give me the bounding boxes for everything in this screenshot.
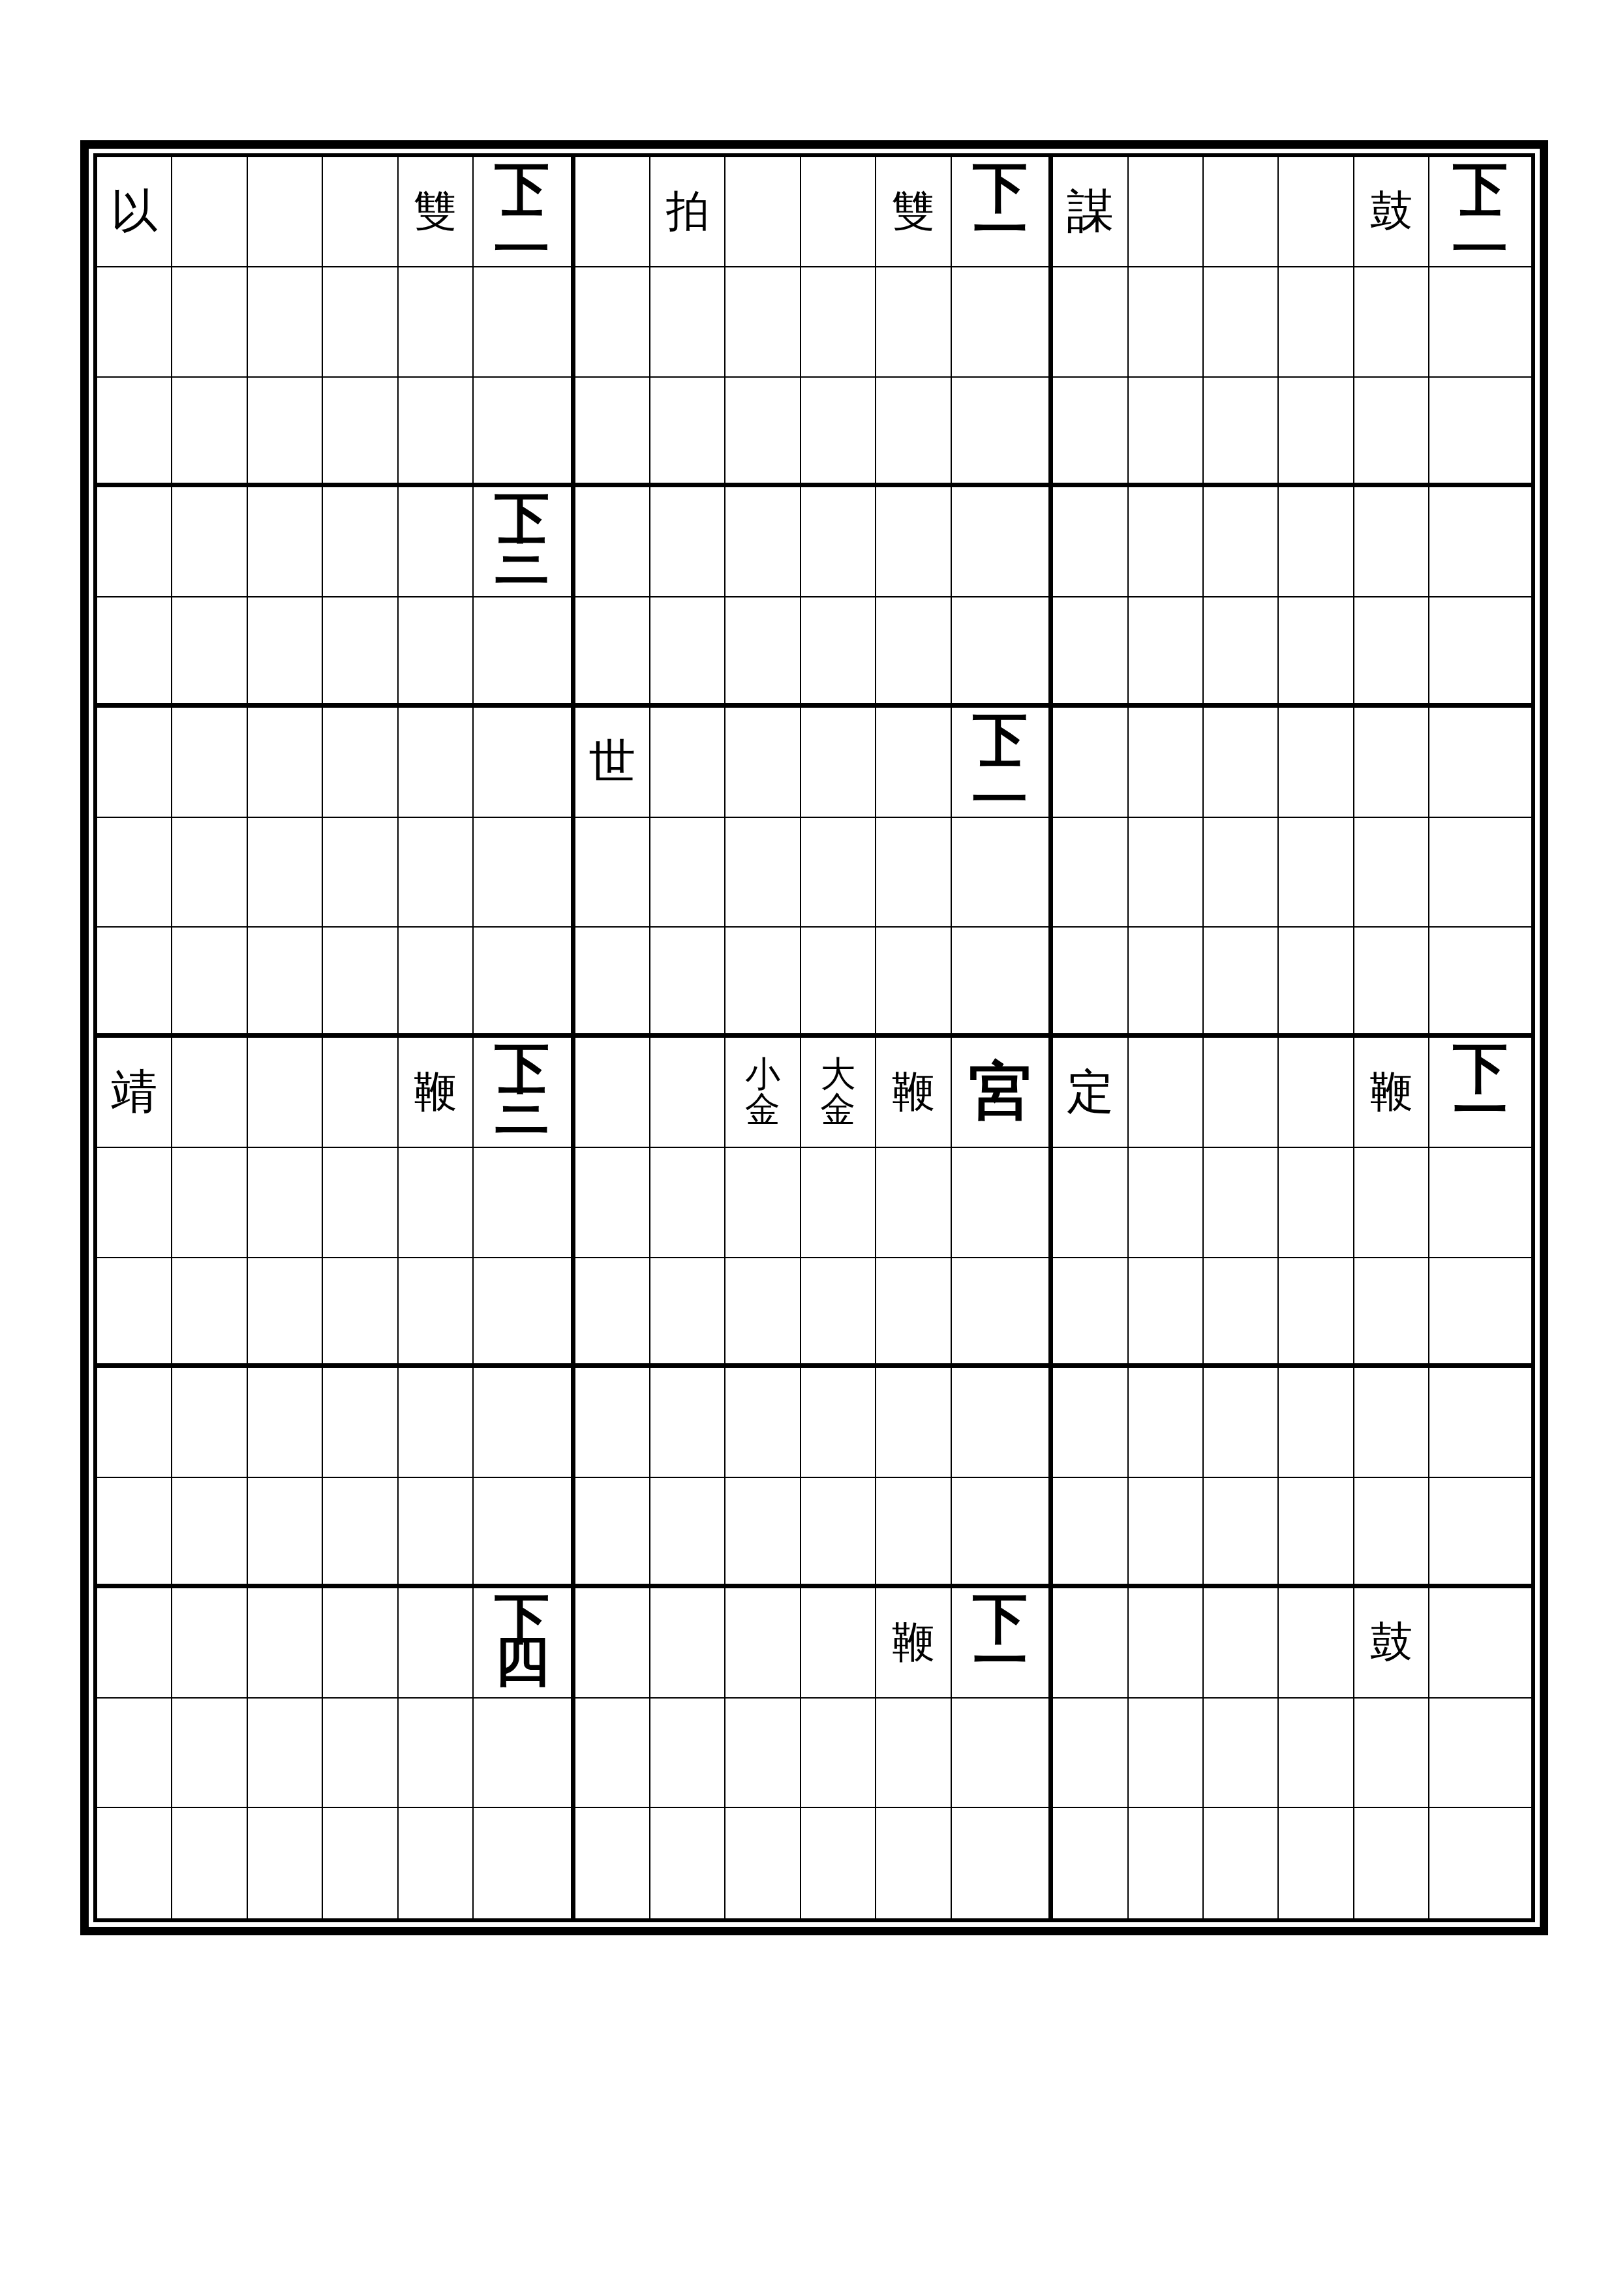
jeonggan-cell [876, 1368, 951, 1478]
jeonggan-cell [1429, 1588, 1531, 1699]
notation-glyph-char: 金 [820, 1092, 855, 1127]
jeonggan-cell [801, 1808, 876, 1918]
notation-glyph-char: 二 [973, 759, 1028, 802]
jeonggan-cell: 雙 [876, 157, 951, 267]
jeonggan-cell [575, 1258, 650, 1368]
jeonggan-cell [1204, 597, 1279, 708]
jeonggan-cell [248, 1148, 323, 1258]
jeonggan-cell [172, 1258, 247, 1368]
jeonggan-cell [1429, 487, 1531, 597]
jeonggan-cell [1279, 1148, 1354, 1258]
jeonggan-cell [97, 818, 172, 928]
jeonggan-cell [1429, 1368, 1531, 1478]
jeonggan-cell [1204, 1588, 1279, 1699]
jeonggan-cell [323, 1148, 398, 1258]
jeonggan-cell [399, 487, 474, 597]
jeonggan-cell [1129, 1148, 1204, 1258]
jeonggan-cell [725, 1588, 801, 1699]
jeonggan-cell [1129, 1808, 1204, 1918]
jeongganbo-board-grid: 以雙下二拍雙下一謀鼓下二下三世下二靖鞭下三小金大金鞭宮定鞭下一下四鞭下一鼓 [93, 153, 1535, 1922]
jeonggan-cell [1129, 708, 1204, 818]
jeonggan-cell: 鞭 [876, 1038, 951, 1148]
jeonggan-cell [474, 1258, 575, 1368]
jeonggan-cell [97, 1148, 172, 1258]
jeonggan-cell [97, 267, 172, 378]
jeonggan-cell [1129, 818, 1204, 928]
jeonggan-cell [725, 1258, 801, 1368]
jeonggan-cell [1204, 818, 1279, 928]
jeonggan-cell [876, 1699, 951, 1809]
jeonggan-cell [323, 1588, 398, 1699]
jeonggan-cell [801, 928, 876, 1038]
jeonggan-cell [474, 818, 575, 928]
jeonggan-cell: 鼓 [1354, 157, 1429, 267]
jeonggan-cell [399, 267, 474, 378]
jeonggan-cell [650, 1478, 725, 1588]
jeonggan-cell [952, 267, 1054, 378]
jeonggan-cell [1279, 1808, 1354, 1918]
jeonggan-cell [474, 928, 575, 1038]
jeonggan-cell [323, 1038, 398, 1148]
jeonggan-cell [725, 1368, 801, 1478]
jeonggan-cell [474, 1368, 575, 1478]
jeonggan-cell [172, 1808, 247, 1918]
jeonggan-cell [399, 1478, 474, 1588]
jeonggan-cell [474, 1148, 575, 1258]
jeonggan-cell [172, 1699, 247, 1809]
jeonggan-cell [1053, 597, 1128, 708]
jeonggan-cell [474, 267, 575, 378]
notation-percussion-glyph: 拍 [666, 190, 709, 233]
notation-glyph-char: 一 [973, 209, 1028, 252]
jeonggan-cell [801, 1478, 876, 1588]
jeonggan-cell [952, 1148, 1054, 1258]
jeonggan-cell [323, 1258, 398, 1368]
jeonggan-cell [725, 267, 801, 378]
jeonggan-cell [399, 1148, 474, 1258]
jeonggan-cell [650, 378, 725, 488]
jeonggan-cell [1354, 928, 1429, 1038]
jeonggan-cell [323, 1808, 398, 1918]
jeonggan-cell [97, 708, 172, 818]
jeonggan-cell [399, 1258, 474, 1368]
jeonggan-cell: 大金 [801, 1038, 876, 1148]
jeonggan-cell [876, 267, 951, 378]
jeonggan-cell [650, 597, 725, 708]
jeonggan-cell [1354, 597, 1429, 708]
jeonggan-cell: 宮 [952, 1038, 1054, 1148]
jeonggan-cell [1129, 157, 1204, 267]
jeonggan-cell [248, 378, 323, 488]
jeonggan-cell [97, 487, 172, 597]
jeonggan-cell [1429, 708, 1531, 818]
jeonggan-cell [1129, 597, 1204, 708]
jeonggan-cell [1053, 1478, 1128, 1588]
score-page: 以雙下二拍雙下一謀鼓下二下三世下二靖鞭下三小金大金鞭宮定鞭下一下四鞭下一鼓 [0, 0, 1618, 2296]
jeonggan-cell [1354, 378, 1429, 488]
jeonggan-cell [1354, 1368, 1429, 1478]
jeonggan-cell [1279, 157, 1354, 267]
jeonggan-cell [1053, 378, 1128, 488]
jeonggan-cell [399, 818, 474, 928]
jeonggan-cell [1429, 928, 1531, 1038]
jeonggan-cell [575, 1368, 650, 1478]
notation-glyph-char: 小 [745, 1057, 780, 1092]
jeonggan-cell [952, 1258, 1054, 1368]
jeonggan-cell [248, 487, 323, 597]
jeonggan-cell [1279, 487, 1354, 597]
jeonggan-cell [1129, 1258, 1204, 1368]
jeonggan-cell [323, 1368, 398, 1478]
jeonggan-cell: 定 [1053, 1038, 1128, 1148]
jeonggan-cell: 下二 [1429, 157, 1531, 267]
jeonggan-cell [1053, 928, 1128, 1038]
jeonggan-cell [650, 1148, 725, 1258]
jeonggan-cell [172, 1478, 247, 1588]
notation-glyph-char: 一 [973, 1640, 1028, 1683]
notation-glyph-char: 二 [1453, 209, 1508, 252]
jeonggan-cell [801, 708, 876, 818]
jeonggan-cell [650, 708, 725, 818]
jeonggan-cell [1279, 1258, 1354, 1368]
notation-percussion-glyph: 鼓 [1370, 1621, 1413, 1664]
jeonggan-cell [474, 1478, 575, 1588]
jeonggan-cell [1129, 487, 1204, 597]
jeonggan-cell [575, 1478, 650, 1588]
jeonggan-cell [801, 157, 876, 267]
jeonggan-cell [172, 1368, 247, 1478]
jeonggan-cell [1129, 378, 1204, 488]
jeonggan-cell [1279, 1478, 1354, 1588]
jeonggan-cell [1279, 597, 1354, 708]
jeonggan-cell [952, 487, 1054, 597]
jeonggan-cell [172, 928, 247, 1038]
jeonggan-cell [1204, 157, 1279, 267]
notation-pitch-glyph: 下二 [495, 166, 549, 252]
jeonggan-cell [650, 267, 725, 378]
notation-glyph-char: 四 [495, 1640, 549, 1683]
jeonggan-cell [1279, 267, 1354, 378]
jeonggan-cell: 靖 [97, 1038, 172, 1148]
jeonggan-cell [1279, 1588, 1354, 1699]
jeonggan-cell [248, 1038, 323, 1148]
jeonggan-cell [248, 928, 323, 1038]
notation-lyric-glyph: 以 [111, 188, 158, 235]
jeonggan-cell [1204, 1368, 1279, 1478]
jeonggan-cell [876, 1148, 951, 1258]
jeonggan-cell [323, 267, 398, 378]
jeonggan-cell [248, 818, 323, 928]
jeonggan-cell [1129, 1699, 1204, 1809]
jeonggan-cell [323, 1478, 398, 1588]
jeonggan-cell: 鼓 [1354, 1588, 1429, 1699]
jeonggan-cell [474, 1808, 575, 1918]
jeonggan-cell [399, 708, 474, 818]
jeonggan-cell [97, 597, 172, 708]
jeonggan-cell [952, 1478, 1054, 1588]
jeonggan-cell [1429, 1699, 1531, 1809]
jeonggan-cell [474, 708, 575, 818]
jeonggan-cell [248, 597, 323, 708]
jeonggan-cell [876, 1258, 951, 1368]
jeonggan-cell: 以 [97, 157, 172, 267]
jeonggan-cell: 謀 [1053, 157, 1128, 267]
jeonggan-cell [1429, 378, 1531, 488]
notation-pitch-glyph: 下三 [495, 496, 549, 582]
jeonggan-cell [172, 378, 247, 488]
jeonggan-cell [1129, 267, 1204, 378]
jeonggan-cell [1204, 1808, 1279, 1918]
jeonggan-cell [1279, 1699, 1354, 1809]
jeonggan-cell [1279, 928, 1354, 1038]
jeonggan-cell [248, 267, 323, 378]
notation-percussion-glyph: 鞭 [892, 1621, 935, 1664]
jeonggan-cell [248, 157, 323, 267]
jeonggan-cell [1429, 1258, 1531, 1368]
jeonggan-cell [575, 157, 650, 267]
jeonggan-cell [952, 928, 1054, 1038]
jeonggan-cell [1354, 267, 1429, 378]
jeonggan-cell [650, 487, 725, 597]
jeonggan-cell: 世 [575, 708, 650, 818]
jeonggan-cell [801, 1368, 876, 1478]
notation-pitch-glyph: 下一 [1453, 1047, 1508, 1132]
jeonggan-cell [650, 1258, 725, 1368]
jeonggan-cell [1354, 818, 1429, 928]
jeonggan-cell [1354, 1258, 1429, 1368]
jeonggan-cell [725, 157, 801, 267]
jeonggan-cell [323, 378, 398, 488]
jeonggan-cell [97, 1478, 172, 1588]
jeonggan-cell [1053, 1699, 1128, 1809]
jeonggan-cell [952, 1808, 1054, 1918]
jeonggan-cell [323, 708, 398, 818]
jeonggan-cell [474, 597, 575, 708]
jeonggan-cell [1354, 487, 1429, 597]
notation-glyph-char: 大 [820, 1057, 855, 1092]
jeonggan-cell [725, 708, 801, 818]
jeonggan-cell [1204, 378, 1279, 488]
jeonggan-cell: 雙 [399, 157, 474, 267]
jeonggan-cell [97, 1808, 172, 1918]
jeonggan-cell [801, 818, 876, 928]
jeonggan-cell [650, 818, 725, 928]
jeonggan-cell [323, 928, 398, 1038]
jeonggan-cell [575, 378, 650, 488]
jeonggan-cell [1053, 818, 1128, 928]
jeonggan-cell [1204, 708, 1279, 818]
jeonggan-cell [399, 1588, 474, 1699]
notation-glyph-char: 一 [1453, 1089, 1508, 1132]
jeonggan-cell [725, 928, 801, 1038]
jeonggan-cell: 小金 [725, 1038, 801, 1148]
notation-percussion-glyph: 雙 [414, 190, 457, 233]
jeonggan-cell [1204, 267, 1279, 378]
jeonggan-cell [97, 1588, 172, 1699]
jeonggan-cell [575, 1808, 650, 1918]
jeonggan-cell [801, 1699, 876, 1809]
jeonggan-cell [1129, 928, 1204, 1038]
jeonggan-cell [1204, 928, 1279, 1038]
jeonggan-cell [575, 1148, 650, 1258]
jeonggan-cell [1129, 1588, 1204, 1699]
jeonggan-cell [323, 157, 398, 267]
jeonggan-cell [323, 1699, 398, 1809]
jeonggan-cell [575, 1038, 650, 1148]
notation-glyph-char: 金 [745, 1092, 780, 1127]
jeonggan-cell [323, 818, 398, 928]
jeonggan-cell [952, 378, 1054, 488]
notation-pitch-glyph: 下一 [973, 1597, 1028, 1683]
jeonggan-cell [1429, 818, 1531, 928]
jeonggan-cell [952, 818, 1054, 928]
jeonggan-cell [725, 1148, 801, 1258]
jeonggan-cell [801, 597, 876, 708]
jeonggan-cell [1204, 487, 1279, 597]
jeonggan-cell [876, 928, 951, 1038]
jeonggan-cell [1204, 1699, 1279, 1809]
notation-pitch-glyph: 宮 [969, 1061, 1031, 1123]
jeonggan-cell [1429, 1808, 1531, 1918]
jeonggan-cell [248, 1368, 323, 1478]
jeonggan-cell [399, 378, 474, 488]
jeonggan-cell [575, 818, 650, 928]
jeonggan-cell [172, 487, 247, 597]
jeonggan-cell [725, 818, 801, 928]
jeonggan-cell [323, 597, 398, 708]
jeonggan-cell [172, 1038, 247, 1148]
jeonggan-cell [725, 1808, 801, 1918]
jeonggan-cell [1053, 1258, 1128, 1368]
jeonggan-cell [1354, 1699, 1429, 1809]
jeonggan-cell [650, 1368, 725, 1478]
jeonggan-cell [97, 1258, 172, 1368]
jeonggan-cell [1429, 1478, 1531, 1588]
jeonggan-cell [650, 1699, 725, 1809]
jeonggan-cell [575, 597, 650, 708]
jeonggan-cell [1429, 597, 1531, 708]
jeonggan-cell [650, 1038, 725, 1148]
jeonggan-cell [725, 378, 801, 488]
notation-lyric-glyph: 謀 [1067, 188, 1114, 235]
jeonggan-cell [1204, 1148, 1279, 1258]
jeonggan-cell [575, 1588, 650, 1699]
jeonggan-cell [474, 378, 575, 488]
jeonggan-cell [399, 1699, 474, 1809]
jeonggan-cell [1204, 1478, 1279, 1588]
jeonggan-cell: 下二 [474, 157, 575, 267]
jeonggan-cell [725, 1699, 801, 1809]
jeonggan-cell [248, 1808, 323, 1918]
jeonggan-cell [1053, 708, 1128, 818]
jeonggan-cell: 下三 [474, 487, 575, 597]
jeonggan-cell [952, 597, 1054, 708]
jeonggan-cell: 下一 [952, 1588, 1054, 1699]
jeonggan-cell [399, 1368, 474, 1478]
jeonggan-cell [1354, 1148, 1429, 1258]
notation-pitch-glyph: 下二 [1453, 166, 1508, 252]
jeonggan-cell [575, 487, 650, 597]
jeonggan-cell: 下四 [474, 1588, 575, 1699]
jeonggan-cell [650, 1808, 725, 1918]
notation-instrument-glyph: 大金 [820, 1057, 855, 1127]
jeonggan-cell [1053, 1148, 1128, 1258]
jeonggan-cell [323, 487, 398, 597]
jeonggan-cell [1053, 487, 1128, 597]
notation-percussion-glyph: 鞭 [892, 1070, 935, 1113]
jeonggan-cell: 鞭 [1354, 1038, 1429, 1148]
jeonggan-cell [952, 1699, 1054, 1809]
notation-percussion-glyph: 鞭 [414, 1070, 457, 1113]
jeonggan-cell [876, 818, 951, 928]
jeonggan-cell [248, 1478, 323, 1588]
jeonggan-cell [650, 928, 725, 1038]
jeonggan-cell [1204, 1038, 1279, 1148]
jeonggan-cell [172, 1148, 247, 1258]
jeonggan-cell [399, 1808, 474, 1918]
jeonggan-cell [801, 1258, 876, 1368]
notation-lyric-glyph: 世 [588, 738, 635, 785]
notation-glyph-char: 三 [495, 539, 549, 582]
jeonggan-cell [1279, 708, 1354, 818]
jeonggan-cell [1429, 1148, 1531, 1258]
jeonggan-cell [801, 378, 876, 488]
notation-percussion-glyph: 鼓 [1370, 190, 1413, 233]
jeonggan-cell [1053, 1808, 1128, 1918]
notation-lyric-glyph: 靖 [111, 1068, 158, 1115]
jeonggan-cell [876, 708, 951, 818]
notation-glyph-char: 三 [495, 1089, 549, 1132]
notation-percussion-glyph: 雙 [892, 190, 935, 233]
jeonggan-cell: 鞭 [876, 1588, 951, 1699]
jeonggan-cell [1279, 378, 1354, 488]
jeonggan-cell [801, 1588, 876, 1699]
jeonggan-cell [1429, 267, 1531, 378]
jeonggan-cell [801, 267, 876, 378]
notation-lyric-glyph: 定 [1067, 1068, 1114, 1115]
jeonggan-cell [876, 1808, 951, 1918]
jeonggan-cell [248, 708, 323, 818]
notation-glyph-char: 二 [495, 209, 549, 252]
jeonggan-cell: 拍 [650, 157, 725, 267]
jeonggan-cell [172, 157, 247, 267]
jeonggan-cell [1354, 1808, 1429, 1918]
jeonggan-cell [1053, 267, 1128, 378]
jeonggan-cell [1279, 1368, 1354, 1478]
jeonggan-cell [1129, 1038, 1204, 1148]
jeonggan-cell: 鞭 [399, 1038, 474, 1148]
jeonggan-cell [575, 1699, 650, 1809]
jeonggan-cell: 下一 [952, 157, 1054, 267]
jeongganbo-board: 以雙下二拍雙下一謀鼓下二下三世下二靖鞭下三小金大金鞭宮定鞭下一下四鞭下一鼓 [80, 140, 1548, 1935]
jeonggan-cell [876, 487, 951, 597]
jeonggan-cell [1053, 1588, 1128, 1699]
jeonggan-cell [1279, 818, 1354, 928]
jeonggan-cell [575, 928, 650, 1038]
jeonggan-cell [172, 708, 247, 818]
jeonggan-cell [725, 597, 801, 708]
jeonggan-cell [1204, 1258, 1279, 1368]
jeonggan-cell: 下一 [1429, 1038, 1531, 1148]
jeonggan-cell [725, 1478, 801, 1588]
jeonggan-cell [172, 597, 247, 708]
jeonggan-cell [474, 1699, 575, 1809]
jeonggan-cell [801, 1148, 876, 1258]
jeonggan-cell [248, 1699, 323, 1809]
jeonggan-cell [1354, 1478, 1429, 1588]
jeonggan-cell [399, 928, 474, 1038]
jeonggan-cell [248, 1258, 323, 1368]
